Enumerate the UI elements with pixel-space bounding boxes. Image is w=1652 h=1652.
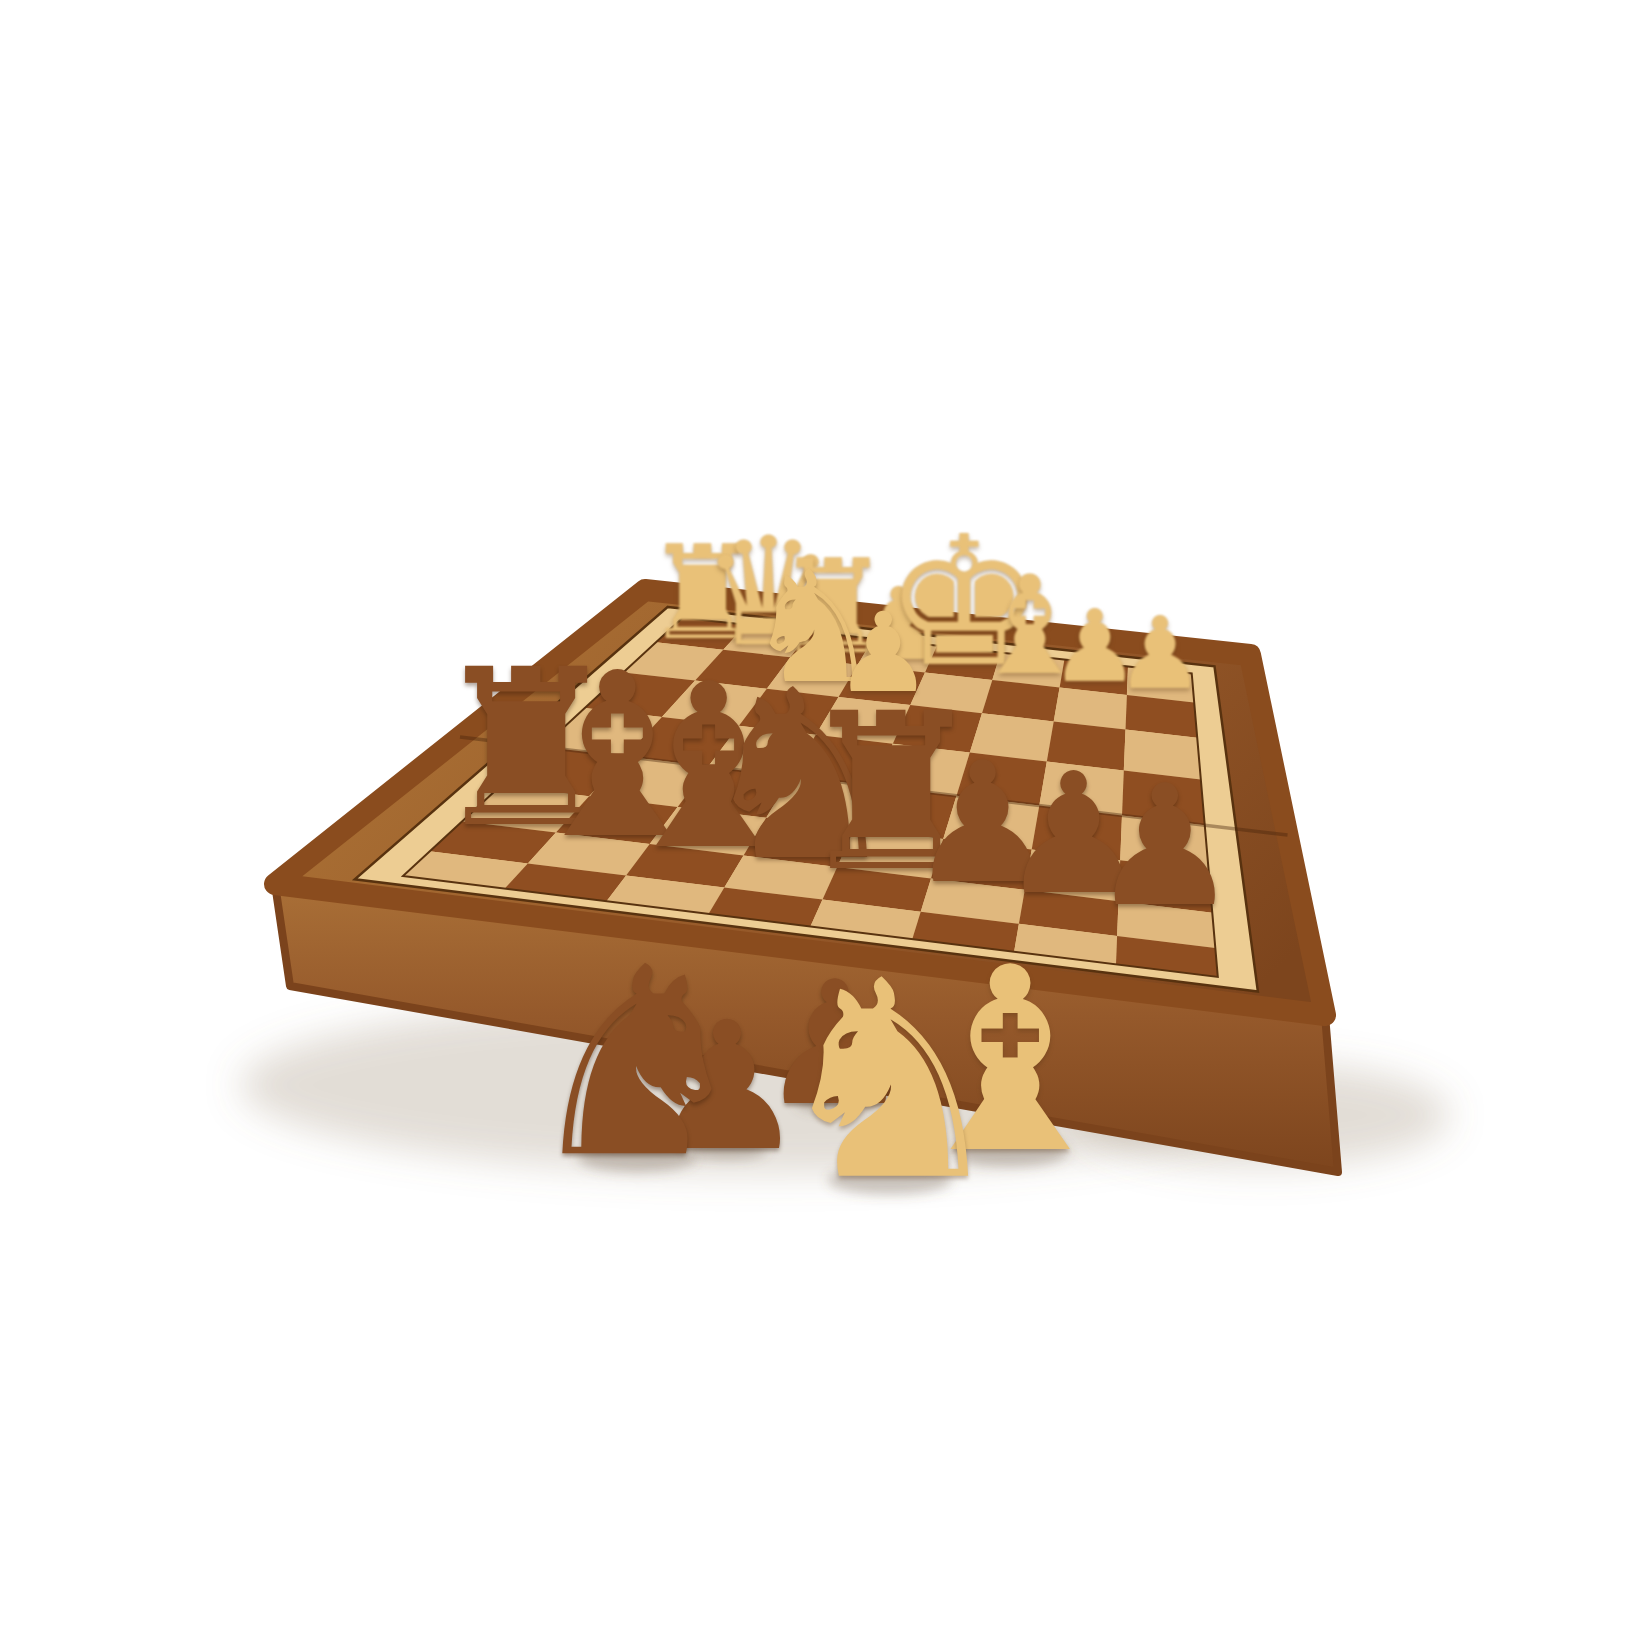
chess-board-and-box [0, 0, 1652, 1652]
chess-set-product-photo: ♜♛♜♟♚♝♟♟♞♟♜♝♝♞♜♟♟♟♞♟♟♞♝ [0, 0, 1652, 1652]
